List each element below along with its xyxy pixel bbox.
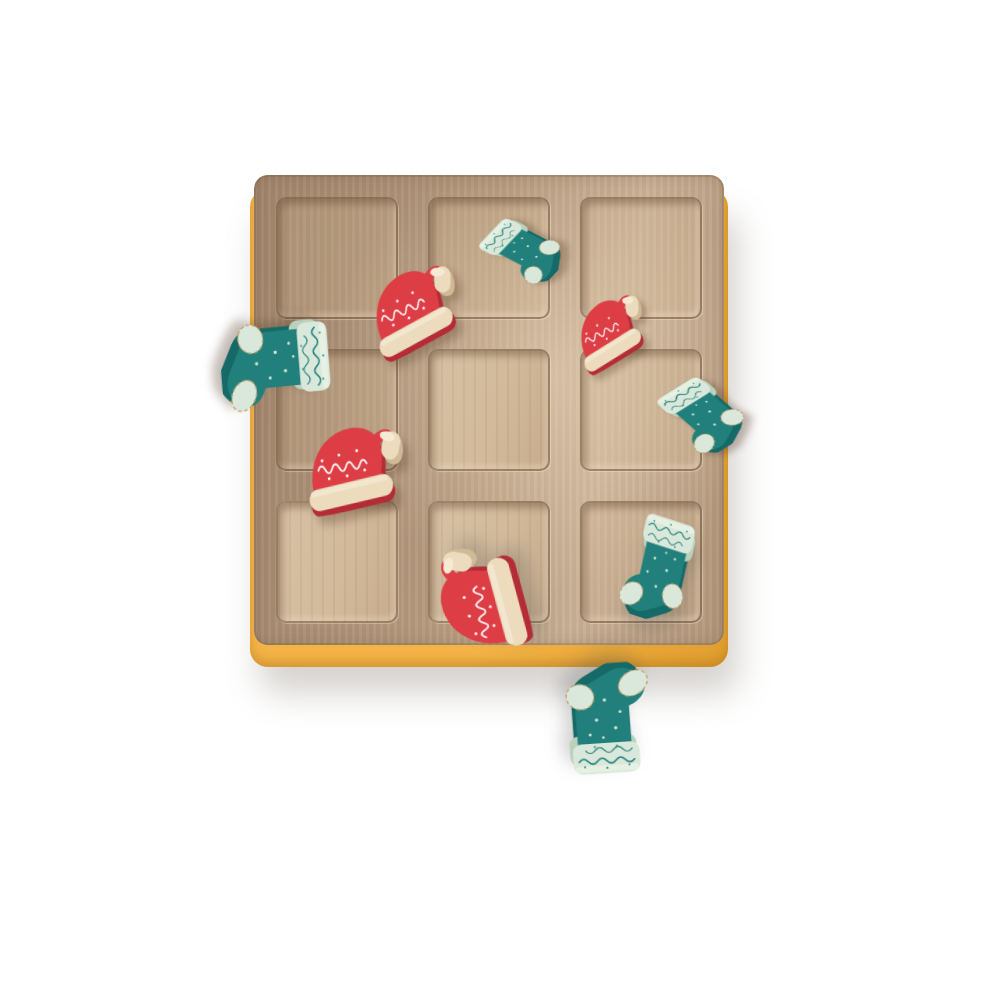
piece-stocking-9[interactable] xyxy=(552,659,663,786)
product-photo-scene xyxy=(0,0,1000,1000)
piece-santa-hat-4[interactable] xyxy=(294,409,410,519)
cell-r2c2[interactable] xyxy=(428,349,550,471)
piece-santa-hat-7[interactable] xyxy=(420,540,535,665)
piece-stocking-1[interactable] xyxy=(216,304,343,421)
cell-r3c1[interactable] xyxy=(276,501,398,623)
